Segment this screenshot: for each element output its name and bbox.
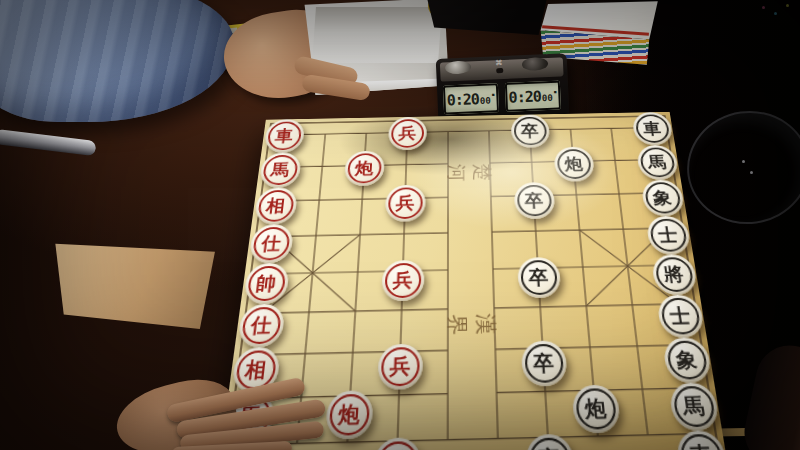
- piece-ring: 兵: [387, 187, 422, 219]
- piece-character: 仕: [250, 315, 273, 335]
- piece-character: 車: [688, 444, 713, 450]
- piece-ring: 帥: [246, 266, 286, 302]
- screen-artifact: [774, 12, 777, 15]
- piece-black-soldier[interactable]: 卒: [516, 257, 561, 299]
- piece-ring: 仕: [251, 227, 290, 261]
- piece-ring: 卒: [524, 344, 564, 384]
- xiangqi-board[interactable]: 楚河 漢界 車馬相仕帥仕相馬車炮炮兵兵兵兵兵卒卒卒卒卒炮炮車馬象士將士象馬車: [218, 112, 726, 450]
- piece-ring: 炮: [328, 394, 370, 436]
- piece-ring: 馬: [638, 147, 676, 177]
- piece-character: 馬: [647, 154, 667, 170]
- piece-red-elephant[interactable]: 相: [253, 187, 298, 225]
- piece-ring: 卒: [516, 185, 552, 217]
- piece-black-advisor[interactable]: 士: [656, 294, 706, 338]
- piece-ring: 馬: [671, 386, 716, 428]
- piece-ring: 卒: [520, 260, 558, 295]
- piece-character: 兵: [389, 356, 410, 378]
- piece-character: 士: [657, 226, 679, 244]
- piece-red-soldier[interactable]: 兵: [372, 437, 421, 450]
- piece-character: 炮: [584, 397, 607, 420]
- piece-character: 炮: [355, 160, 374, 177]
- piece-character: 馬: [681, 395, 705, 418]
- piece-black-soldier[interactable]: 卒: [520, 340, 567, 386]
- piece-red-advisor[interactable]: 仕: [236, 304, 285, 348]
- clock-right-flag-icon: ▪: [553, 88, 557, 95]
- piece-black-advisor[interactable]: 士: [645, 216, 692, 255]
- piece-character: 相: [265, 197, 286, 214]
- piece-black-elephant[interactable]: 象: [640, 179, 685, 216]
- piece-black-soldier[interactable]: 卒: [510, 114, 550, 148]
- piece-red-cannon[interactable]: 炮: [324, 390, 373, 439]
- piece-black-soldier[interactable]: 卒: [513, 182, 555, 219]
- box-lid-interior: [312, 7, 442, 63]
- piece-character: 相: [244, 359, 267, 381]
- piece-character: 卒: [524, 192, 544, 209]
- piece-ring: 兵: [376, 441, 418, 450]
- piece-black-chariot[interactable]: 車: [674, 430, 729, 450]
- piece-character: 帥: [255, 274, 277, 293]
- piece-red-soldier[interactable]: 兵: [384, 185, 425, 222]
- piece-ring: 車: [266, 121, 302, 150]
- piece-black-elephant[interactable]: 象: [661, 337, 712, 383]
- screen-artifact: [762, 6, 765, 9]
- screen-artifact: [786, 4, 789, 7]
- clock-lever: [496, 68, 503, 73]
- piece-red-advisor[interactable]: 仕: [248, 224, 294, 264]
- piece-character: 仕: [260, 234, 281, 252]
- piece-red-horse[interactable]: 馬: [258, 152, 302, 188]
- piece-ring: 相: [256, 190, 294, 222]
- piece-ring: 炮: [346, 153, 381, 183]
- piece-character: 車: [642, 121, 662, 137]
- piece-ring: 兵: [380, 347, 419, 387]
- piece-ring: 象: [643, 182, 682, 214]
- piece-red-soldier[interactable]: 兵: [387, 117, 426, 151]
- piece-ring: 炮: [556, 149, 592, 179]
- clock-left-flag-icon: ▪: [491, 90, 495, 97]
- piece-character: 車: [274, 128, 294, 144]
- piece-character: 將: [663, 265, 685, 284]
- piece-black-horse[interactable]: 馬: [635, 145, 679, 180]
- piece-ring: 將: [654, 257, 695, 292]
- pieces-grid: 車馬相仕帥仕相馬車炮炮兵兵兵兵兵卒卒卒卒卒炮炮車馬象士將士象馬車: [218, 112, 726, 450]
- piece-black-cannon[interactable]: 炮: [571, 384, 621, 433]
- piece-black-soldier[interactable]: 卒: [524, 434, 574, 450]
- piece-ring: 兵: [384, 263, 421, 299]
- piece-ring: 兵: [390, 119, 423, 148]
- piece-character: 卒: [528, 268, 549, 287]
- piece-black-general[interactable]: 將: [650, 254, 698, 295]
- piece-ring: 車: [678, 434, 725, 450]
- piece-black-horse[interactable]: 馬: [668, 382, 721, 431]
- piece-black-chariot[interactable]: 車: [631, 112, 674, 146]
- piece-character: 士: [669, 306, 692, 326]
- piece-ring: 炮: [574, 388, 617, 430]
- piece-ring: 士: [659, 298, 701, 335]
- piece-character: 卒: [521, 123, 540, 139]
- clock-logo-icon: ⌘: [493, 60, 505, 68]
- piece-character: 象: [675, 349, 699, 370]
- piece-red-soldier[interactable]: 兵: [376, 344, 422, 391]
- piece-character: 象: [652, 189, 673, 206]
- piece-ring: 車: [634, 114, 671, 143]
- piece-character: 兵: [392, 271, 412, 290]
- piece-ring: 士: [648, 219, 688, 252]
- piece-ring: 卒: [513, 117, 547, 146]
- piece-ring: 馬: [261, 155, 298, 186]
- piece-ring: 象: [665, 340, 709, 379]
- piece-red-chariot[interactable]: 車: [263, 119, 305, 153]
- piece-red-cannon[interactable]: 炮: [343, 151, 384, 187]
- piece-red-general[interactable]: 帥: [242, 263, 289, 305]
- piece-character: 卒: [533, 352, 555, 373]
- piece-character: 兵: [395, 194, 414, 211]
- piece-black-cannon[interactable]: 炮: [553, 146, 595, 181]
- piece-character: 馬: [270, 162, 290, 179]
- piece-character: 炮: [338, 403, 361, 426]
- piece-character: 炮: [564, 156, 583, 172]
- video-frame: ⌘ 0:20 00 ▪ 0:20 00 ▪: [0, 0, 800, 450]
- piece-ring: 卒: [528, 437, 571, 450]
- piece-red-soldier[interactable]: 兵: [381, 260, 425, 302]
- piece-ring: 仕: [240, 307, 282, 345]
- piece-character: 兵: [398, 126, 416, 142]
